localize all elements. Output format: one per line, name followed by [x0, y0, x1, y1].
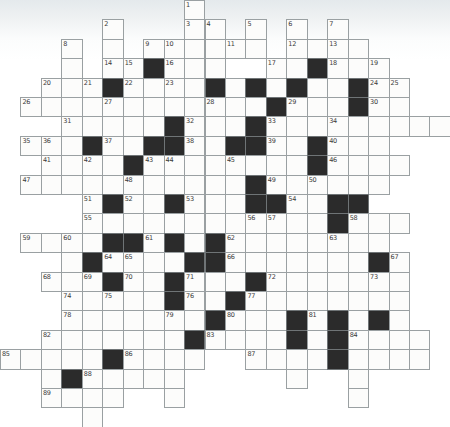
crossword-cell[interactable]: 7 [327, 19, 348, 39]
crossword-cell[interactable] [348, 291, 369, 311]
crossword-cell[interactable]: 75 [102, 291, 123, 311]
crossword-cell[interactable]: 2 [102, 19, 123, 39]
crossword-cell[interactable]: 86 [123, 349, 144, 369]
crossword-cell[interactable]: 23 [164, 78, 185, 98]
clue-number: 89 [43, 389, 51, 397]
crossword-cell[interactable] [286, 291, 307, 311]
crossword-cell[interactable] [184, 155, 205, 175]
crossword-cell[interactable] [389, 155, 410, 175]
crossword-cell[interactable]: 45 [225, 155, 246, 175]
crossword-cell[interactable] [225, 116, 246, 136]
clue-number: 69 [84, 273, 92, 281]
crossword-cell[interactable]: 18 [327, 58, 348, 78]
crossword-cell[interactable] [205, 136, 226, 156]
blocked-cell [82, 136, 103, 156]
crossword-cell[interactable] [245, 330, 266, 350]
crossword-cell[interactable]: 27 [102, 97, 123, 117]
crossword-cell[interactable] [184, 175, 205, 195]
crossword-cell[interactable] [164, 388, 185, 408]
blocked-cell [348, 194, 369, 214]
crossword-cell[interactable] [143, 97, 164, 117]
crossword-cell[interactable]: 11 [225, 39, 246, 59]
crossword-cell[interactable] [184, 97, 205, 117]
crossword-cell[interactable]: 42 [82, 155, 103, 175]
crossword-cell[interactable]: 30 [368, 97, 389, 117]
crossword-cell[interactable] [286, 252, 307, 272]
crossword-cell[interactable] [41, 97, 62, 117]
crossword-cell[interactable] [348, 136, 369, 156]
crossword-cell[interactable]: 76 [184, 291, 205, 311]
crossword-cell[interactable]: 1 [184, 0, 205, 20]
blocked-cell [184, 330, 205, 350]
crossword-cell[interactable]: 44 [164, 155, 185, 175]
crossword-cell[interactable] [307, 39, 328, 59]
crossword-cell[interactable] [184, 58, 205, 78]
crossword-cell[interactable]: 49 [266, 175, 287, 195]
crossword-cell[interactable] [205, 213, 226, 233]
crossword-cell[interactable] [82, 291, 103, 311]
clue-number: 68 [43, 273, 51, 281]
crossword-cell[interactable] [184, 310, 205, 330]
crossword-cell[interactable] [348, 310, 369, 330]
crossword-cell[interactable]: 82 [41, 330, 62, 350]
crossword-cell[interactable] [102, 116, 123, 136]
crossword-cell[interactable] [389, 213, 410, 233]
crossword-cell[interactable] [184, 213, 205, 233]
clue-number: 56 [247, 214, 255, 222]
crossword-cell[interactable] [368, 175, 389, 195]
crossword-cell[interactable]: 4 [205, 19, 226, 39]
crossword-cell[interactable]: 13 [327, 39, 348, 59]
crossword-cell[interactable]: 80 [225, 310, 246, 330]
crossword-cell[interactable] [348, 116, 369, 136]
blocked-cell [286, 78, 307, 98]
crossword-cell[interactable] [164, 175, 185, 195]
crossword-cell[interactable]: 29 [286, 97, 307, 117]
crossword-cell[interactable] [327, 175, 348, 195]
blocked-cell [245, 78, 266, 98]
crossword-cell[interactable] [348, 388, 369, 408]
clue-number: 73 [370, 273, 378, 281]
crossword-cell[interactable]: 62 [225, 233, 246, 253]
crossword-cell[interactable]: 87 [245, 349, 266, 369]
crossword-cell[interactable] [123, 116, 144, 136]
crossword-cell[interactable] [266, 78, 287, 98]
crossword-cell[interactable] [348, 369, 369, 389]
crossword-cell[interactable]: 3 [184, 19, 205, 39]
crossword-cell[interactable] [348, 233, 369, 253]
crossword-cell[interactable]: 43 [143, 155, 164, 175]
crossword-cell[interactable] [348, 39, 369, 59]
crossword-cell[interactable] [368, 213, 389, 233]
crossword-cell[interactable] [409, 349, 430, 369]
crossword-cell[interactable]: 16 [164, 58, 185, 78]
crossword-cell[interactable]: 74 [61, 291, 82, 311]
crossword-cell[interactable] [61, 349, 82, 369]
crossword-cell[interactable]: 34 [327, 116, 348, 136]
crossword-cell[interactable] [327, 252, 348, 272]
blocked-cell [307, 155, 328, 175]
crossword-cell[interactable] [286, 369, 307, 389]
clue-number: 6 [288, 20, 292, 28]
crossword-cell[interactable] [245, 155, 266, 175]
crossword-cell[interactable]: 39 [266, 136, 287, 156]
crossword-cell[interactable] [368, 291, 389, 311]
crossword-cell[interactable]: 8 [61, 39, 82, 59]
crossword-cell[interactable] [143, 349, 164, 369]
crossword-cell[interactable] [245, 97, 266, 117]
crossword-cell[interactable] [123, 310, 144, 330]
crossword-cell[interactable] [327, 78, 348, 98]
crossword-cell[interactable] [409, 116, 430, 136]
crossword-cell[interactable]: 46 [327, 155, 348, 175]
crossword-cell[interactable]: 83 [205, 330, 226, 350]
crossword-cell[interactable] [286, 233, 307, 253]
crossword-cell[interactable]: 72 [266, 272, 287, 292]
crossword-cell[interactable] [61, 272, 82, 292]
crossword-cell[interactable] [82, 388, 103, 408]
crossword-cell[interactable] [82, 175, 103, 195]
crossword-cell[interactable] [368, 233, 389, 253]
crossword-cell[interactable] [61, 58, 82, 78]
crossword-cell[interactable] [41, 233, 62, 253]
crossword-cell[interactable] [184, 349, 205, 369]
crossword-cell[interactable]: 66 [225, 252, 246, 272]
crossword-cell[interactable]: 6 [286, 19, 307, 39]
crossword-cell[interactable] [61, 252, 82, 272]
crossword-cell[interactable] [266, 291, 287, 311]
crossword-cell[interactable]: 50 [307, 175, 328, 195]
blocked-cell [102, 194, 123, 214]
crossword-cell[interactable] [286, 175, 307, 195]
crossword-cell[interactable] [61, 155, 82, 175]
crossword-cell[interactable] [102, 155, 123, 175]
crossword-cell[interactable]: 77 [245, 291, 266, 311]
crossword-cell[interactable]: 65 [123, 252, 144, 272]
crossword-cell[interactable]: 36 [41, 136, 62, 156]
crossword-cell[interactable] [164, 213, 185, 233]
crossword-cell[interactable] [389, 116, 410, 136]
crossword-cell[interactable] [82, 233, 103, 253]
crossword-cell[interactable] [123, 291, 144, 311]
crossword-cell[interactable] [102, 310, 123, 330]
crossword-cell[interactable]: 47 [20, 175, 41, 195]
crossword-cell[interactable] [429, 116, 450, 136]
crossword-cell[interactable] [368, 136, 389, 156]
crossword-cell[interactable]: 67 [389, 252, 410, 272]
crossword-cell[interactable] [307, 272, 328, 292]
crossword-cell[interactable] [307, 330, 328, 350]
crossword-cell[interactable] [205, 194, 226, 214]
crossword-cell[interactable]: 25 [389, 78, 410, 98]
crossword-cell[interactable] [102, 330, 123, 350]
crossword-cell[interactable] [164, 330, 185, 350]
crossword-cell[interactable] [82, 116, 103, 136]
crossword-cell[interactable] [143, 330, 164, 350]
crossword-cell[interactable] [61, 97, 82, 117]
crossword-cell[interactable]: 21 [82, 78, 103, 98]
crossword-cell[interactable] [143, 369, 164, 389]
crossword-cell[interactable]: 69 [82, 272, 103, 292]
crossword-cell[interactable]: 10 [164, 39, 185, 59]
crossword-cell[interactable] [41, 349, 62, 369]
crossword-cell[interactable] [307, 213, 328, 233]
crossword-cell[interactable] [123, 136, 144, 156]
crossword-cell[interactable] [20, 349, 41, 369]
crossword-cell[interactable]: 71 [184, 272, 205, 292]
crossword-cell[interactable] [123, 369, 144, 389]
crossword-cell[interactable] [266, 155, 287, 175]
crossword-cell[interactable]: 17 [266, 58, 287, 78]
crossword-cell[interactable] [184, 78, 205, 98]
crossword-cell[interactable] [286, 349, 307, 369]
clue-number: 7 [329, 20, 333, 28]
crossword-cell[interactable] [61, 388, 82, 408]
crossword-cell[interactable] [225, 175, 246, 195]
crossword-cell[interactable] [348, 252, 369, 272]
crossword-cell[interactable] [205, 58, 226, 78]
crossword-cell[interactable]: 55 [82, 213, 103, 233]
crossword-cell[interactable] [41, 369, 62, 389]
crossword-cell[interactable] [348, 349, 369, 369]
crossword-cell[interactable]: 68 [41, 272, 62, 292]
crossword-cell[interactable]: 79 [164, 310, 185, 330]
blocked-cell [245, 136, 266, 156]
crossword-cell[interactable] [143, 78, 164, 98]
crossword-cell[interactable] [286, 272, 307, 292]
blocked-cell [102, 349, 123, 369]
crossword-cell[interactable] [41, 175, 62, 195]
crossword-cell[interactable]: 81 [307, 310, 328, 330]
crossword-cell[interactable] [225, 272, 246, 292]
crossword-cell[interactable]: 5 [245, 19, 266, 39]
crossword-cell[interactable] [348, 58, 369, 78]
crossword-cell[interactable] [348, 175, 369, 195]
crossword-cell[interactable] [61, 175, 82, 195]
crossword-cell[interactable] [143, 272, 164, 292]
crossword-cell[interactable] [225, 213, 246, 233]
crossword-cell[interactable] [225, 78, 246, 98]
crossword-cell[interactable] [245, 39, 266, 59]
crossword-cell[interactable]: 9 [143, 39, 164, 59]
crossword-cell[interactable] [245, 310, 266, 330]
crossword-cell[interactable] [82, 407, 103, 427]
clue-number: 86 [125, 350, 133, 358]
crossword-cell[interactable] [266, 310, 287, 330]
crossword-cell[interactable]: 37 [102, 136, 123, 156]
crossword-cell[interactable] [307, 78, 328, 98]
crossword-cell[interactable] [307, 291, 328, 311]
crossword-cell[interactable]: 78 [61, 310, 82, 330]
crossword-cell[interactable]: 61 [143, 233, 164, 253]
clue-number: 1 [186, 1, 190, 9]
crossword-cell[interactable] [286, 136, 307, 156]
crossword-cell[interactable] [123, 97, 144, 117]
crossword-cell[interactable] [123, 330, 144, 350]
crossword-cell[interactable] [286, 155, 307, 175]
crossword-cell[interactable] [327, 272, 348, 292]
crossword-cell[interactable] [327, 97, 348, 117]
crossword-cell[interactable] [184, 233, 205, 253]
clue-number: 65 [125, 253, 133, 261]
crossword-cell[interactable] [368, 349, 389, 369]
crossword-cell[interactable] [225, 330, 246, 350]
crossword-cell[interactable]: 26 [20, 97, 41, 117]
crossword-cell[interactable] [389, 97, 410, 117]
crossword-cell[interactable]: 89 [41, 388, 62, 408]
crossword-cell[interactable] [61, 330, 82, 350]
crossword-cell[interactable] [123, 213, 144, 233]
crossword-cell[interactable] [389, 330, 410, 350]
blocked-cell [327, 310, 348, 330]
blocked-cell [123, 155, 144, 175]
crossword-cell[interactable] [143, 310, 164, 330]
crossword-cell[interactable] [102, 39, 123, 59]
crossword-cell[interactable]: 41 [41, 155, 62, 175]
crossword-cell[interactable] [225, 194, 246, 214]
crossword-cell[interactable] [61, 78, 82, 98]
crossword-cell[interactable]: 57 [266, 213, 287, 233]
crossword-cell[interactable] [102, 175, 123, 195]
crossword-cell[interactable] [266, 349, 287, 369]
crossword-cell[interactable] [348, 272, 369, 292]
crossword-cell[interactable] [143, 116, 164, 136]
crossword-cell[interactable] [389, 349, 410, 369]
crossword-cell[interactable] [307, 252, 328, 272]
crossword-cell[interactable]: 32 [184, 116, 205, 136]
crossword-cell[interactable]: 12 [286, 39, 307, 59]
crossword-cell[interactable] [389, 291, 410, 311]
crossword-cell[interactable]: 15 [123, 58, 144, 78]
clue-number: 30 [370, 98, 378, 106]
blocked-cell [245, 175, 266, 195]
crossword-cell[interactable] [143, 175, 164, 195]
crossword-cell[interactable]: 19 [368, 58, 389, 78]
clue-number: 24 [370, 79, 378, 87]
crossword-cell[interactable] [307, 97, 328, 117]
crossword-cell[interactable] [307, 349, 328, 369]
crossword-cell[interactable] [205, 116, 226, 136]
crossword-cell[interactable]: 70 [123, 272, 144, 292]
crossword-cell[interactable] [143, 194, 164, 214]
crossword-cell[interactable] [205, 272, 226, 292]
crossword-cell[interactable]: 53 [184, 194, 205, 214]
clue-number: 29 [288, 98, 296, 106]
clue-number: 38 [186, 137, 194, 145]
crossword-cell[interactable] [307, 116, 328, 136]
crossword-cell[interactable] [61, 136, 82, 156]
crossword-cell[interactable] [307, 233, 328, 253]
crossword-cell[interactable]: 35 [20, 136, 41, 156]
crossword-grid: 1234567891011121314151617181920212223242… [0, 0, 450, 427]
crossword-cell[interactable] [205, 155, 226, 175]
crossword-cell[interactable]: 22 [123, 78, 144, 98]
crossword-cell[interactable] [389, 272, 410, 292]
crossword-cell[interactable] [82, 310, 103, 330]
crossword-cell[interactable] [368, 116, 389, 136]
clue-number: 9 [145, 40, 149, 48]
crossword-cell[interactable] [102, 388, 123, 408]
crossword-cell[interactable] [286, 213, 307, 233]
crossword-cell[interactable]: 64 [102, 252, 123, 272]
crossword-cell[interactable]: 24 [368, 78, 389, 98]
crossword-cell[interactable] [102, 213, 123, 233]
crossword-cell[interactable]: 40 [327, 136, 348, 156]
crossword-cell[interactable] [368, 155, 389, 175]
clue-number: 20 [43, 79, 51, 87]
clue-number: 17 [268, 59, 276, 67]
crossword-cell[interactable]: 54 [286, 194, 307, 214]
crossword-cell[interactable]: 59 [20, 233, 41, 253]
crossword-cell[interactable] [164, 252, 185, 272]
crossword-cell[interactable] [102, 369, 123, 389]
blocked-cell [82, 252, 103, 272]
crossword-cell[interactable] [368, 330, 389, 350]
clue-number: 88 [84, 370, 92, 378]
crossword-cell[interactable] [409, 330, 430, 350]
blocked-cell [164, 291, 185, 311]
crossword-cell[interactable] [82, 97, 103, 117]
crossword-cell[interactable]: 60 [61, 233, 82, 253]
crossword-cell[interactable]: 28 [205, 97, 226, 117]
crossword-cell[interactable] [205, 291, 226, 311]
blocked-cell [368, 252, 389, 272]
crossword-cell[interactable] [266, 252, 287, 272]
crossword-cell[interactable] [164, 97, 185, 117]
crossword-cell[interactable]: 85 [0, 349, 21, 369]
crossword-cell[interactable] [205, 175, 226, 195]
crossword-cell[interactable]: 38 [184, 136, 205, 156]
crossword-cell[interactable] [348, 155, 369, 175]
crossword-cell[interactable] [225, 97, 246, 117]
crossword-cell[interactable] [82, 330, 103, 350]
crossword-cell[interactable] [184, 39, 205, 59]
crossword-cell[interactable] [143, 252, 164, 272]
crossword-cell[interactable] [307, 194, 328, 214]
clue-number: 23 [166, 79, 174, 87]
crossword-cell[interactable] [389, 310, 410, 330]
crossword-cell[interactable]: 51 [82, 194, 103, 214]
crossword-cell[interactable] [286, 116, 307, 136]
crossword-cell[interactable]: 56 [245, 213, 266, 233]
crossword-cell[interactable]: 73 [368, 272, 389, 292]
crossword-cell[interactable]: 33 [266, 116, 287, 136]
blocked-cell [205, 233, 226, 253]
crossword-cell[interactable] [205, 39, 226, 59]
crossword-cell[interactable] [164, 369, 185, 389]
crossword-cell[interactable]: 63 [327, 233, 348, 253]
crossword-cell[interactable] [245, 252, 266, 272]
clue-number: 80 [227, 311, 235, 319]
crossword-cell[interactable] [266, 330, 287, 350]
crossword-cell[interactable]: 20 [41, 78, 62, 98]
crossword-cell[interactable]: 48 [123, 175, 144, 195]
crossword-cell[interactable] [143, 213, 164, 233]
crossword-cell[interactable] [286, 58, 307, 78]
crossword-cell[interactable] [327, 291, 348, 311]
crossword-cell[interactable]: 58 [348, 213, 369, 233]
crossword-cell[interactable] [82, 349, 103, 369]
crossword-cell[interactable] [164, 349, 185, 369]
crossword-cell[interactable]: 84 [348, 330, 369, 350]
crossword-cell[interactable]: 88 [82, 369, 103, 389]
crossword-cell[interactable] [143, 291, 164, 311]
crossword-cell[interactable]: 14 [102, 58, 123, 78]
crossword-cell[interactable]: 31 [61, 116, 82, 136]
crossword-cell[interactable]: 52 [123, 194, 144, 214]
crossword-cell[interactable] [266, 233, 287, 253]
crossword-cell[interactable] [245, 233, 266, 253]
